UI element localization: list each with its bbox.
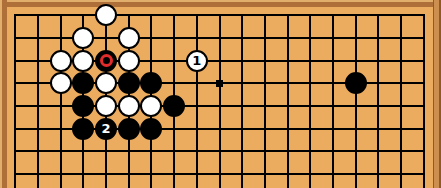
grid-line-vertical	[196, 14, 198, 188]
grid-line-horizontal	[14, 150, 425, 152]
red-circle-marker-icon	[100, 54, 113, 67]
grid-line-vertical	[14, 14, 16, 188]
grid-line-vertical	[241, 14, 243, 188]
stone-white-move-1[interactable]: 1	[186, 50, 208, 72]
grid-line-vertical	[355, 14, 357, 188]
grid-line-vertical	[37, 14, 39, 188]
grid-line-horizontal	[14, 14, 425, 16]
stone-black[interactable]	[345, 72, 367, 94]
stone-black[interactable]	[118, 72, 140, 94]
board-border-right	[433, 0, 441, 188]
stone-white[interactable]	[50, 72, 72, 94]
grid-line-vertical	[60, 14, 62, 188]
board-field	[0, 0, 441, 188]
board-border-top	[0, 0, 441, 7]
grid-line-vertical	[423, 14, 425, 188]
stone-black[interactable]	[118, 118, 140, 140]
move-number-label: 1	[192, 54, 201, 67]
grid-line-vertical	[264, 14, 266, 188]
stone-white[interactable]	[72, 50, 94, 72]
grid-line-vertical	[400, 14, 402, 188]
stone-white[interactable]	[95, 95, 117, 117]
stone-white[interactable]	[118, 50, 140, 72]
stone-white[interactable]	[50, 50, 72, 72]
go-board[interactable]: 12	[0, 0, 441, 188]
grid-line-vertical	[287, 14, 289, 188]
grid-line-vertical	[219, 14, 221, 188]
board-border-left	[0, 0, 7, 188]
move-number-label: 2	[101, 122, 110, 135]
stone-black-move-2[interactable]: 2	[95, 118, 117, 140]
stone-black[interactable]	[140, 118, 162, 140]
stone-white[interactable]	[118, 95, 140, 117]
star-point	[216, 80, 223, 87]
grid-line-vertical	[332, 14, 334, 188]
stone-black[interactable]	[163, 95, 185, 117]
grid-line-vertical	[377, 14, 379, 188]
stone-black[interactable]	[72, 118, 94, 140]
stone-black-marked[interactable]	[95, 50, 117, 72]
grid-line-vertical	[309, 14, 311, 188]
stone-white[interactable]	[118, 27, 140, 49]
grid-line-horizontal	[14, 173, 425, 175]
